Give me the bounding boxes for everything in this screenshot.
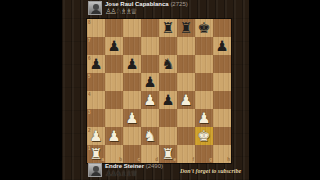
square-d7	[141, 37, 159, 55]
black-pawn-h7: ♟	[216, 37, 229, 55]
square-a5: 5	[87, 73, 105, 91]
square-g4	[195, 91, 213, 109]
square-a7: 7	[87, 37, 105, 55]
square-h2	[213, 127, 231, 145]
file-label-c: c	[137, 157, 140, 162]
square-g1: g	[195, 145, 213, 163]
square-g3: ♟	[195, 109, 213, 127]
black-pawn-e4: ♟	[162, 91, 175, 109]
square-c6: ♟	[123, 55, 141, 73]
black-pawn-b7: ♟	[108, 37, 121, 55]
square-h1: h	[213, 145, 231, 163]
player-top-avatar	[88, 1, 102, 15]
square-f3	[177, 109, 195, 127]
black-knight-e6: ♞	[162, 55, 175, 73]
square-d5: ♟	[141, 73, 159, 91]
square-b2: ♟	[105, 127, 123, 145]
square-d1: d	[141, 145, 159, 163]
square-e3	[159, 109, 177, 127]
black-rook-f8: ♜	[180, 19, 193, 37]
square-c8	[123, 19, 141, 37]
square-c7	[123, 37, 141, 55]
square-a6: 6♟	[87, 55, 105, 73]
player-bottom-rating: (2490)	[146, 163, 163, 169]
rank-label-8: 8	[88, 20, 91, 25]
rank-label-4: 4	[88, 92, 91, 97]
square-b8	[105, 19, 123, 37]
square-a3: 3	[87, 109, 105, 127]
white-pawn-d4: ♟	[144, 91, 157, 109]
square-e8: ♜	[159, 19, 177, 37]
square-h6	[213, 55, 231, 73]
player-bottom-avatar	[88, 163, 102, 177]
file-label-b: b	[119, 157, 122, 162]
white-pawn-b2: ♟	[108, 127, 121, 145]
white-pawn-c3: ♟	[126, 109, 139, 127]
white-pawn-g3: ♟	[198, 109, 211, 127]
square-d2: ♞	[141, 127, 159, 145]
player-top-rating: (2725)	[170, 1, 187, 7]
square-d4: ♟	[141, 91, 159, 109]
white-pawn-a2: ♟	[90, 127, 103, 145]
player-top: Jose Raul Capablanca (2725) ♙♙♘♗♗♕	[88, 1, 188, 16]
square-e1: e♜	[159, 145, 177, 163]
square-d8	[141, 19, 159, 37]
square-c2	[123, 127, 141, 145]
square-g7	[195, 37, 213, 55]
square-g8: ♚	[195, 19, 213, 37]
square-f8: ♜	[177, 19, 195, 37]
square-f1: f	[177, 145, 195, 163]
file-label-e: e	[173, 157, 176, 162]
file-label-a: a	[101, 157, 104, 162]
square-b1: b	[105, 145, 123, 163]
captured-pieces-bottom: ♟♟♞♝♝♛	[105, 170, 163, 178]
white-knight-d2: ♞	[144, 127, 157, 145]
square-h8	[213, 19, 231, 37]
square-b6	[105, 55, 123, 73]
file-label-h: h	[227, 157, 230, 162]
square-c4	[123, 91, 141, 109]
black-pawn-a6: ♟	[90, 55, 103, 73]
video-frame: Jose Raul Capablanca (2725) ♙♙♘♗♗♕ 8♜♜♚7…	[0, 0, 320, 180]
square-b3	[105, 109, 123, 127]
square-e4: ♟	[159, 91, 177, 109]
square-g5	[195, 73, 213, 91]
square-e2	[159, 127, 177, 145]
rank-label-5: 5	[88, 74, 91, 79]
rank-label-6: 6	[88, 56, 91, 61]
square-c3: ♟	[123, 109, 141, 127]
square-e5	[159, 73, 177, 91]
black-pawn-c6: ♟	[126, 55, 139, 73]
captured-pieces-top: ♙♙♘♗♗♕	[105, 8, 188, 16]
chess-board: 8♜♜♚7♟♟6♟♟♞5♟4♟♟♟3♟♟2♟♟♞♚1a♜bcde♜fgh	[87, 19, 231, 163]
square-f6	[177, 55, 195, 73]
square-f5	[177, 73, 195, 91]
file-label-g: g	[209, 157, 212, 162]
square-e7	[159, 37, 177, 55]
content-column: Jose Raul Capablanca (2725) ♙♙♘♗♗♕ 8♜♜♚7…	[62, 0, 249, 180]
player-bottom: Endre Steiner (2490) ♟♟♞♝♝♛	[88, 163, 163, 178]
white-pawn-f4: ♟	[180, 91, 193, 109]
square-a1: 1a♜	[87, 145, 105, 163]
square-d6	[141, 55, 159, 73]
rank-label-2: 2	[88, 128, 91, 133]
rank-label-1: 1	[88, 146, 91, 151]
square-e6: ♞	[159, 55, 177, 73]
square-c5	[123, 73, 141, 91]
square-f4: ♟	[177, 91, 195, 109]
square-h7: ♟	[213, 37, 231, 55]
black-king-g8: ♚	[198, 19, 211, 37]
square-h4	[213, 91, 231, 109]
rank-label-7: 7	[88, 38, 91, 43]
square-b5	[105, 73, 123, 91]
file-label-f: f	[193, 157, 195, 162]
square-b4	[105, 91, 123, 109]
square-g6	[195, 55, 213, 73]
square-c1: c	[123, 145, 141, 163]
square-h5	[213, 73, 231, 91]
rank-label-3: 3	[88, 110, 91, 115]
square-a4: 4	[87, 91, 105, 109]
subscribe-text: Don't forget to subscribe	[180, 168, 244, 174]
black-pawn-d5: ♟	[144, 73, 157, 91]
black-rook-e8: ♜	[162, 19, 175, 37]
square-f2	[177, 127, 195, 145]
square-b7: ♟	[105, 37, 123, 55]
white-king-g2: ♚	[198, 127, 211, 145]
square-a8: 8	[87, 19, 105, 37]
square-f7	[177, 37, 195, 55]
square-d3	[141, 109, 159, 127]
square-a2: 2♟	[87, 127, 105, 145]
square-h3	[213, 109, 231, 127]
square-g2: ♚	[195, 127, 213, 145]
file-label-d: d	[155, 157, 158, 162]
